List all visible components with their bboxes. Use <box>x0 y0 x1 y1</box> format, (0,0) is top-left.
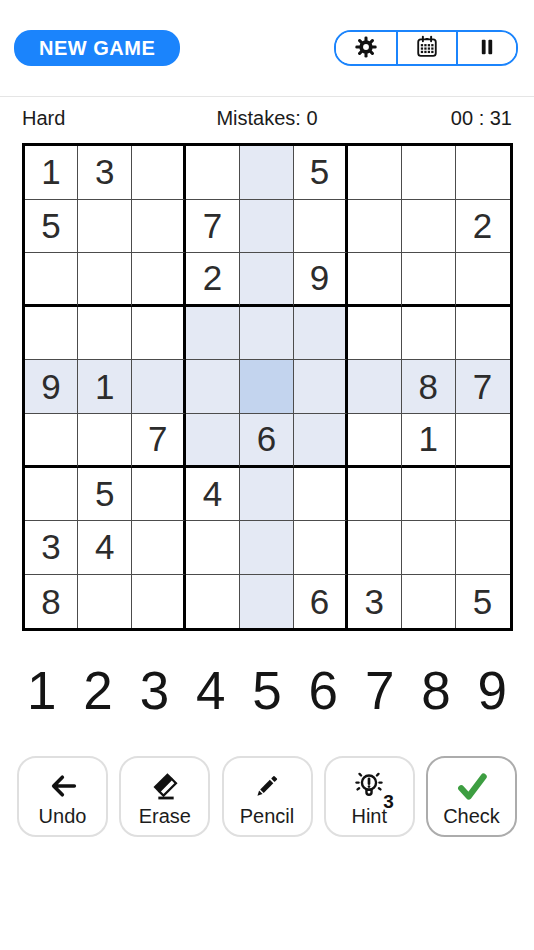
cell-r8c8[interactable] <box>402 521 456 575</box>
check-label: Check <box>443 805 500 828</box>
cell-r4c4[interactable] <box>186 307 240 361</box>
cell-r7c1[interactable] <box>25 468 79 522</box>
cell-r2c6[interactable] <box>294 200 348 254</box>
cell-r3c6[interactable]: 9 <box>294 253 348 307</box>
undo-label: Undo <box>39 805 87 828</box>
cell-r4c2[interactable] <box>78 307 132 361</box>
cell-r9c7[interactable]: 3 <box>348 575 402 629</box>
cell-r1c4[interactable] <box>186 146 240 200</box>
hint-button[interactable]: 3 Hint <box>324 756 415 837</box>
cell-r5c8[interactable]: 8 <box>402 360 456 414</box>
number-pad: 123456789 <box>0 657 534 726</box>
status-bar: Hard Mistakes: 0 00 : 31 <box>0 97 534 132</box>
gear-icon <box>353 34 379 63</box>
cell-r6c8[interactable]: 1 <box>402 414 456 468</box>
cell-r1c3[interactable] <box>132 146 186 200</box>
cell-r9c5[interactable] <box>240 575 294 629</box>
cell-r7c8[interactable] <box>402 468 456 522</box>
mistakes-counter: Mistakes: 0 <box>216 107 317 130</box>
numpad-9[interactable]: 9 <box>478 657 507 726</box>
cell-r3c5[interactable] <box>240 253 294 307</box>
settings-button[interactable] <box>336 32 396 64</box>
cell-r6c6[interactable] <box>294 414 348 468</box>
cell-r4c3[interactable] <box>132 307 186 361</box>
cell-r5c5[interactable] <box>240 360 294 414</box>
cell-r9c2[interactable] <box>78 575 132 629</box>
cell-r7c3[interactable] <box>132 468 186 522</box>
daily-challenge-button[interactable] <box>396 32 456 64</box>
cell-r7c9[interactable] <box>456 468 510 522</box>
cell-r3c3[interactable] <box>132 253 186 307</box>
numpad-5[interactable]: 5 <box>252 657 281 726</box>
cell-r5c2[interactable]: 1 <box>78 360 132 414</box>
cell-r6c4[interactable] <box>186 414 240 468</box>
cell-r5c6[interactable] <box>294 360 348 414</box>
cell-r4c8[interactable] <box>402 307 456 361</box>
cell-r8c9[interactable] <box>456 521 510 575</box>
cell-r6c9[interactable] <box>456 414 510 468</box>
cell-r5c3[interactable] <box>132 360 186 414</box>
cell-r8c3[interactable] <box>132 521 186 575</box>
cell-r6c5[interactable]: 6 <box>240 414 294 468</box>
cell-r2c1[interactable]: 5 <box>25 200 79 254</box>
cell-r6c2[interactable] <box>78 414 132 468</box>
cell-r5c1[interactable]: 9 <box>25 360 79 414</box>
cell-r8c5[interactable] <box>240 521 294 575</box>
cell-r7c7[interactable] <box>348 468 402 522</box>
cell-r6c1[interactable] <box>25 414 79 468</box>
cell-r7c6[interactable] <box>294 468 348 522</box>
cell-r8c7[interactable] <box>348 521 402 575</box>
cell-r1c7[interactable] <box>348 146 402 200</box>
cell-r6c3[interactable]: 7 <box>132 414 186 468</box>
cell-r9c3[interactable] <box>132 575 186 629</box>
cell-r1c9[interactable] <box>456 146 510 200</box>
numpad-8[interactable]: 8 <box>421 657 450 726</box>
numpad-7[interactable]: 7 <box>365 657 394 726</box>
cell-r1c5[interactable] <box>240 146 294 200</box>
numpad-6[interactable]: 6 <box>309 657 338 726</box>
numpad-3[interactable]: 3 <box>140 657 169 726</box>
hint-label: Hint <box>351 805 387 828</box>
header-icon-group <box>334 30 518 66</box>
cell-r3c1[interactable] <box>25 253 79 307</box>
cell-r3c9[interactable] <box>456 253 510 307</box>
hint-bulb-icon <box>352 768 386 804</box>
numpad-4[interactable]: 4 <box>196 657 225 726</box>
cell-r2c2[interactable] <box>78 200 132 254</box>
numpad-1[interactable]: 1 <box>27 657 56 726</box>
cell-r3c7[interactable] <box>348 253 402 307</box>
cell-r4c7[interactable] <box>348 307 402 361</box>
sudoku-board: 13557229918776154348635 <box>22 143 513 631</box>
pencil-label: Pencil <box>240 805 294 828</box>
cell-r9c8[interactable] <box>402 575 456 629</box>
pause-icon <box>475 35 499 62</box>
cell-r4c5[interactable] <box>240 307 294 361</box>
cell-r2c7[interactable] <box>348 200 402 254</box>
erase-button[interactable]: Erase <box>119 756 210 837</box>
cell-r2c3[interactable] <box>132 200 186 254</box>
cell-r9c1[interactable]: 8 <box>25 575 79 629</box>
cell-r7c5[interactable] <box>240 468 294 522</box>
cell-r9c6[interactable]: 6 <box>294 575 348 629</box>
cell-r5c9[interactable]: 7 <box>456 360 510 414</box>
cell-r1c1[interactable]: 1 <box>25 146 79 200</box>
cell-r3c2[interactable] <box>78 253 132 307</box>
cell-r9c9[interactable]: 5 <box>456 575 510 629</box>
cell-r8c2[interactable]: 4 <box>78 521 132 575</box>
cell-r2c4[interactable]: 7 <box>186 200 240 254</box>
pencil-icon <box>251 768 283 804</box>
cell-r5c4[interactable] <box>186 360 240 414</box>
cell-r5c7[interactable] <box>348 360 402 414</box>
cell-r7c2[interactable]: 5 <box>78 468 132 522</box>
cell-r2c8[interactable] <box>402 200 456 254</box>
numpad-2[interactable]: 2 <box>83 657 112 726</box>
new-game-button[interactable]: NEW GAME <box>14 30 180 66</box>
cell-r1c6[interactable]: 5 <box>294 146 348 200</box>
cell-r8c1[interactable]: 3 <box>25 521 79 575</box>
top-bar: NEW GAME <box>0 0 534 66</box>
cell-r6c7[interactable] <box>348 414 402 468</box>
cell-r3c8[interactable] <box>402 253 456 307</box>
cell-r3c4[interactable]: 2 <box>186 253 240 307</box>
pencil-button[interactable]: Pencil <box>222 756 313 837</box>
pause-button[interactable] <box>456 32 516 64</box>
cell-r4c9[interactable] <box>456 307 510 361</box>
undo-arrow-icon <box>47 768 79 804</box>
erase-label: Erase <box>139 805 191 828</box>
cell-r2c9[interactable]: 2 <box>456 200 510 254</box>
check-icon <box>455 768 489 804</box>
cell-r1c8[interactable] <box>402 146 456 200</box>
action-bar: Undo Erase Pencil <box>0 756 534 837</box>
undo-button[interactable]: Undo <box>17 756 108 837</box>
hint-count-badge: 3 <box>383 791 394 813</box>
cell-r4c1[interactable] <box>25 307 79 361</box>
check-button[interactable]: Check <box>426 756 517 837</box>
cell-r4c6[interactable] <box>294 307 348 361</box>
cell-r9c4[interactable] <box>186 575 240 629</box>
eraser-icon <box>149 768 181 804</box>
timer: 00 : 31 <box>318 107 512 130</box>
cell-r1c2[interactable]: 3 <box>78 146 132 200</box>
cell-r8c6[interactable] <box>294 521 348 575</box>
cell-r7c4[interactable]: 4 <box>186 468 240 522</box>
difficulty-label: Hard <box>22 107 216 130</box>
calendar-icon <box>414 34 440 63</box>
cell-r2c5[interactable] <box>240 200 294 254</box>
cell-r8c4[interactable] <box>186 521 240 575</box>
